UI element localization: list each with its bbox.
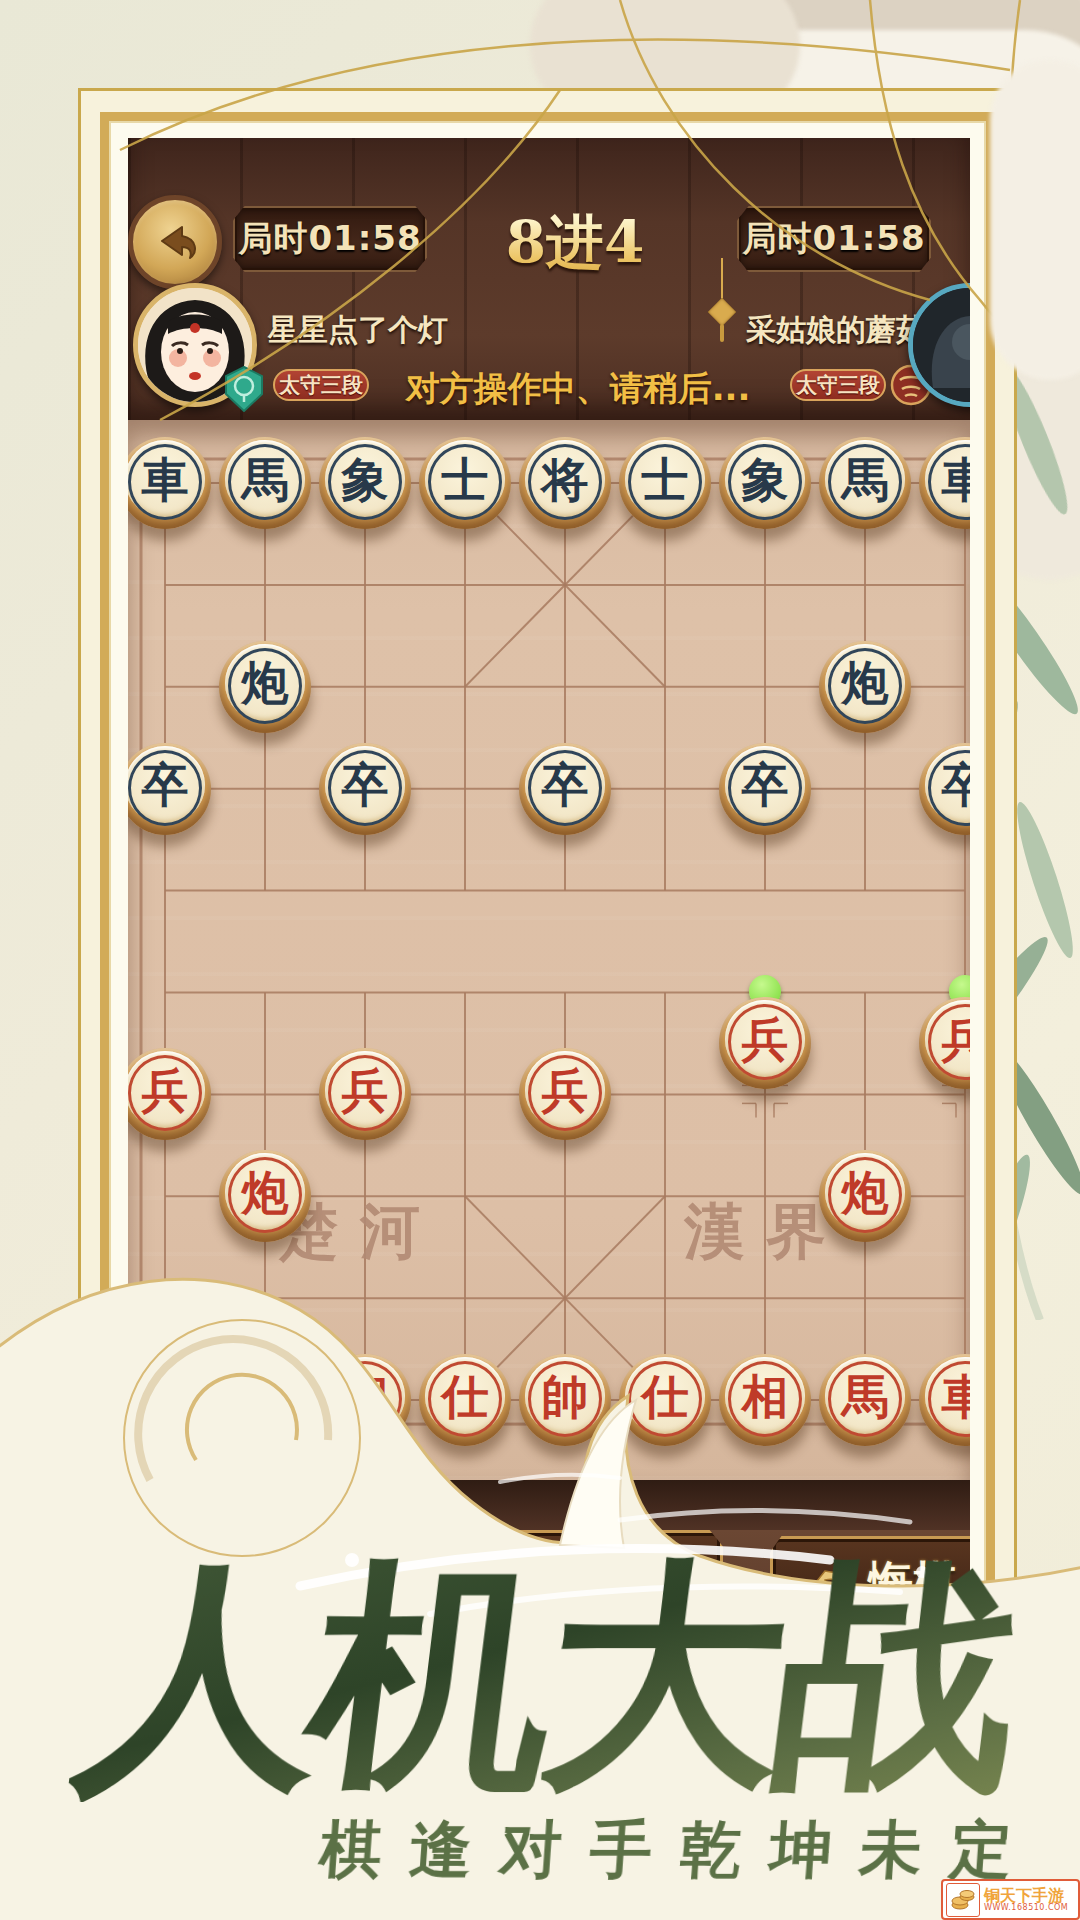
promo-title: 人机大战 xyxy=(66,1548,1047,1802)
watermark-badge: 铜天下手游 WWW.168510.COM xyxy=(941,1879,1080,1920)
watermark-url: WWW.168510.COM xyxy=(984,1904,1068,1912)
coin-stack-icon xyxy=(946,1883,980,1917)
watermark-name: 铜天下手游 xyxy=(984,1888,1068,1904)
screen: 局时01:58 8进4 局时01:58 xyxy=(0,0,1080,1920)
